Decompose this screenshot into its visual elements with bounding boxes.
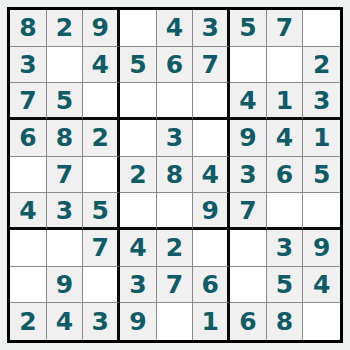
sudoku-cell-r6c7[interactable]: 7 [230, 193, 267, 230]
sudoku-cell-r2c6[interactable]: 7 [193, 47, 230, 84]
sudoku-cell-r8c4[interactable]: 3 [120, 267, 157, 304]
sudoku-cell-r8c1[interactable] [10, 267, 47, 304]
sudoku-cell-r5c8[interactable]: 6 [267, 157, 304, 194]
sudoku-cell-r3c2[interactable]: 5 [47, 83, 84, 120]
sudoku-cell-r5c2[interactable]: 7 [47, 157, 84, 194]
sudoku-cell-r8c8[interactable]: 5 [267, 267, 304, 304]
sudoku-cell-r4c4[interactable] [120, 120, 157, 157]
sudoku-cell-r1c3[interactable]: 9 [83, 10, 120, 47]
sudoku-cell-r2c4[interactable]: 5 [120, 47, 157, 84]
sudoku-cell-r7c4[interactable]: 4 [120, 230, 157, 267]
sudoku-cell-r1c2[interactable]: 2 [47, 10, 84, 47]
sudoku-cell-r3c8[interactable]: 1 [267, 83, 304, 120]
sudoku-cell-r9c7[interactable]: 6 [230, 303, 267, 340]
sudoku-cell-r2c7[interactable] [230, 47, 267, 84]
sudoku-cell-r3c3[interactable] [83, 83, 120, 120]
sudoku-cell-r6c5[interactable] [157, 193, 194, 230]
sudoku-cell-r3c9[interactable]: 3 [303, 83, 340, 120]
sudoku-cell-r1c4[interactable] [120, 10, 157, 47]
sudoku-cell-r6c4[interactable] [120, 193, 157, 230]
sudoku-cell-r4c2[interactable]: 8 [47, 120, 84, 157]
sudoku-cell-r3c7[interactable]: 4 [230, 83, 267, 120]
sudoku-cell-r9c3[interactable]: 3 [83, 303, 120, 340]
sudoku-cell-r6c3[interactable]: 5 [83, 193, 120, 230]
sudoku-cell-r7c5[interactable]: 2 [157, 230, 194, 267]
sudoku-cell-r2c3[interactable]: 4 [83, 47, 120, 84]
sudoku-cell-r4c5[interactable]: 3 [157, 120, 194, 157]
sudoku-cell-r5c7[interactable]: 3 [230, 157, 267, 194]
sudoku-cell-r2c2[interactable] [47, 47, 84, 84]
sudoku-cell-r4c6[interactable] [193, 120, 230, 157]
sudoku-cell-r2c8[interactable] [267, 47, 304, 84]
sudoku-cell-r8c5[interactable]: 7 [157, 267, 194, 304]
sudoku-cell-r9c1[interactable]: 2 [10, 303, 47, 340]
sudoku-cell-r7c1[interactable] [10, 230, 47, 267]
sudoku-cell-r8c2[interactable]: 9 [47, 267, 84, 304]
sudoku-board: 8294357345672754136823941728436543597742… [7, 7, 343, 343]
sudoku-cell-r7c2[interactable] [47, 230, 84, 267]
sudoku-cell-r1c8[interactable]: 7 [267, 10, 304, 47]
sudoku-cell-r5c4[interactable]: 2 [120, 157, 157, 194]
sudoku-cell-r6c6[interactable]: 9 [193, 193, 230, 230]
sudoku-cell-r5c6[interactable]: 4 [193, 157, 230, 194]
sudoku-cell-r4c8[interactable]: 4 [267, 120, 304, 157]
sudoku-page: 8294357345672754136823941728436543597742… [0, 0, 350, 350]
sudoku-cell-r1c9[interactable] [303, 10, 340, 47]
sudoku-cell-r1c6[interactable]: 3 [193, 10, 230, 47]
sudoku-cell-r7c8[interactable]: 3 [267, 230, 304, 267]
sudoku-cell-r8c3[interactable] [83, 267, 120, 304]
sudoku-cell-r9c2[interactable]: 4 [47, 303, 84, 340]
sudoku-cell-r8c6[interactable]: 6 [193, 267, 230, 304]
sudoku-cell-r2c5[interactable]: 6 [157, 47, 194, 84]
sudoku-cell-r8c7[interactable] [230, 267, 267, 304]
sudoku-cell-r8c9[interactable]: 4 [303, 267, 340, 304]
sudoku-cell-r3c1[interactable]: 7 [10, 83, 47, 120]
sudoku-cell-r3c5[interactable] [157, 83, 194, 120]
sudoku-cell-r4c1[interactable]: 6 [10, 120, 47, 157]
sudoku-cell-r5c9[interactable]: 5 [303, 157, 340, 194]
sudoku-cell-r6c8[interactable] [267, 193, 304, 230]
sudoku-cell-r2c9[interactable]: 2 [303, 47, 340, 84]
sudoku-cell-r9c6[interactable]: 1 [193, 303, 230, 340]
sudoku-cell-r2c1[interactable]: 3 [10, 47, 47, 84]
sudoku-cell-r9c8[interactable]: 8 [267, 303, 304, 340]
sudoku-cell-r7c6[interactable] [193, 230, 230, 267]
sudoku-cell-r4c9[interactable]: 1 [303, 120, 340, 157]
sudoku-cell-r1c5[interactable]: 4 [157, 10, 194, 47]
sudoku-cell-r7c3[interactable]: 7 [83, 230, 120, 267]
sudoku-cell-r4c7[interactable]: 9 [230, 120, 267, 157]
sudoku-cell-r7c9[interactable]: 9 [303, 230, 340, 267]
sudoku-cell-r3c4[interactable] [120, 83, 157, 120]
sudoku-cell-r1c1[interactable]: 8 [10, 10, 47, 47]
sudoku-cell-r5c5[interactable]: 8 [157, 157, 194, 194]
sudoku-cell-r9c9[interactable] [303, 303, 340, 340]
sudoku-cell-r3c6[interactable] [193, 83, 230, 120]
sudoku-cell-r6c1[interactable]: 4 [10, 193, 47, 230]
sudoku-cell-r6c2[interactable]: 3 [47, 193, 84, 230]
sudoku-cell-r5c3[interactable] [83, 157, 120, 194]
sudoku-cell-r9c5[interactable] [157, 303, 194, 340]
sudoku-cell-r6c9[interactable] [303, 193, 340, 230]
sudoku-cell-r9c4[interactable]: 9 [120, 303, 157, 340]
sudoku-cell-r4c3[interactable]: 2 [83, 120, 120, 157]
sudoku-cell-r7c7[interactable] [230, 230, 267, 267]
sudoku-cell-r5c1[interactable] [10, 157, 47, 194]
sudoku-cell-r1c7[interactable]: 5 [230, 10, 267, 47]
